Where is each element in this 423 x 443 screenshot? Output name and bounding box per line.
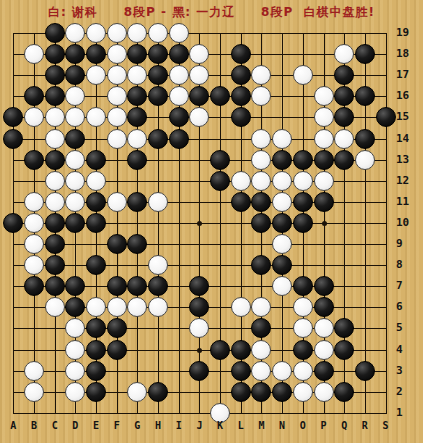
black-stone[interactable]	[272, 150, 292, 170]
white-stone[interactable]	[334, 129, 354, 149]
col-label: G	[126, 420, 148, 431]
white-stone[interactable]	[127, 65, 147, 85]
black-stone[interactable]	[210, 86, 230, 106]
white-stone[interactable]	[189, 65, 209, 85]
black-stone[interactable]	[334, 107, 354, 127]
white-stone[interactable]	[293, 361, 313, 381]
row-label: 10	[396, 216, 422, 229]
white-stone[interactable]	[251, 171, 271, 191]
black-stone[interactable]	[65, 44, 85, 64]
white-stone[interactable]	[107, 129, 127, 149]
black-stone[interactable]	[127, 150, 147, 170]
white-stone[interactable]	[314, 340, 334, 360]
white-stone[interactable]	[86, 23, 106, 43]
white-stone[interactable]	[148, 297, 168, 317]
black-stone[interactable]	[293, 213, 313, 233]
black-stone[interactable]	[65, 276, 85, 296]
white-stone[interactable]	[65, 171, 85, 191]
row-label: 14	[396, 132, 422, 145]
black-stone[interactable]	[86, 150, 106, 170]
white-stone[interactable]	[314, 382, 334, 402]
col-label: Q	[333, 420, 355, 431]
black-stone[interactable]	[45, 276, 65, 296]
black-stone[interactable]	[272, 255, 292, 275]
white-stone[interactable]	[65, 23, 85, 43]
white-stone[interactable]	[24, 192, 44, 212]
white-stone[interactable]	[293, 318, 313, 338]
col-label: L	[230, 420, 252, 431]
white-stone[interactable]	[24, 107, 44, 127]
white-stone[interactable]	[107, 23, 127, 43]
black-stone[interactable]	[251, 192, 271, 212]
black-stone[interactable]	[86, 192, 106, 212]
row-label: 13	[396, 153, 422, 166]
black-stone[interactable]	[45, 86, 65, 106]
white-stone[interactable]	[189, 318, 209, 338]
black-stone[interactable]	[86, 213, 106, 233]
black-stone[interactable]	[231, 86, 251, 106]
col-label: D	[64, 420, 86, 431]
white-stone[interactable]	[314, 318, 334, 338]
white-stone[interactable]	[107, 297, 127, 317]
white-stone[interactable]	[107, 86, 127, 106]
row-label: 4	[396, 343, 422, 356]
row-label: 15	[396, 110, 422, 123]
white-stone[interactable]	[272, 171, 292, 191]
black-stone[interactable]	[293, 192, 313, 212]
black-stone[interactable]	[314, 192, 334, 212]
white-stone[interactable]	[24, 234, 44, 254]
black-stone[interactable]	[86, 361, 106, 381]
white-stone[interactable]	[45, 129, 65, 149]
star-point	[197, 221, 202, 226]
black-stone[interactable]	[251, 255, 271, 275]
white-stone[interactable]	[107, 65, 127, 85]
black-stone[interactable]	[272, 213, 292, 233]
black-stone[interactable]	[107, 234, 127, 254]
white-stone[interactable]	[189, 44, 209, 64]
white-stone[interactable]	[45, 171, 65, 191]
black-stone[interactable]	[148, 382, 168, 402]
black-stone[interactable]	[314, 361, 334, 381]
black-stone[interactable]	[334, 65, 354, 85]
white-stone[interactable]	[127, 382, 147, 402]
black-stone[interactable]	[355, 44, 375, 64]
white-stone[interactable]	[272, 234, 292, 254]
black-stone[interactable]	[293, 340, 313, 360]
white-stone[interactable]	[251, 361, 271, 381]
col-label: M	[250, 420, 272, 431]
white-stone[interactable]	[65, 340, 85, 360]
black-stone[interactable]	[45, 23, 65, 43]
black-stone[interactable]	[293, 150, 313, 170]
white-stone[interactable]	[272, 192, 292, 212]
black-stone[interactable]	[355, 129, 375, 149]
black-stone[interactable]	[65, 65, 85, 85]
black-stone[interactable]	[148, 44, 168, 64]
white-stone[interactable]	[127, 129, 147, 149]
white-stone[interactable]	[251, 65, 271, 85]
black-stone[interactable]	[45, 234, 65, 254]
white-stone[interactable]	[293, 65, 313, 85]
black-stone[interactable]	[169, 44, 189, 64]
black-stone[interactable]	[45, 44, 65, 64]
white-stone[interactable]	[169, 23, 189, 43]
white-stone[interactable]	[86, 65, 106, 85]
black-stone[interactable]	[251, 213, 271, 233]
white-stone[interactable]	[231, 297, 251, 317]
white-stone[interactable]	[334, 44, 354, 64]
white-stone[interactable]	[45, 297, 65, 317]
white-stone[interactable]	[65, 107, 85, 127]
white-stone[interactable]	[24, 44, 44, 64]
black-stone[interactable]	[127, 86, 147, 106]
white-stone[interactable]	[355, 150, 375, 170]
black-stone[interactable]	[148, 86, 168, 106]
white-stone[interactable]	[314, 171, 334, 191]
col-label: E	[85, 420, 107, 431]
go-app: 白: 谢科 8段P - 黑: 一力辽 8段P 白棋中盘胜! ABCDEFGHIJ…	[0, 0, 423, 443]
white-stone[interactable]	[293, 382, 313, 402]
white-stone[interactable]	[314, 86, 334, 106]
black-stone[interactable]	[127, 192, 147, 212]
goban[interactable]: ABCDEFGHIJKLMNOPQRS 19181716151413121110…	[0, 0, 423, 443]
white-stone[interactable]	[293, 171, 313, 191]
white-stone[interactable]	[314, 129, 334, 149]
black-stone[interactable]	[45, 213, 65, 233]
row-label: 8	[396, 258, 422, 271]
white-stone[interactable]	[45, 107, 65, 127]
col-label: A	[2, 420, 24, 431]
white-stone[interactable]	[251, 297, 271, 317]
black-stone[interactable]	[272, 382, 292, 402]
black-stone[interactable]	[169, 107, 189, 127]
col-label: J	[188, 420, 210, 431]
col-label: K	[209, 420, 231, 431]
black-stone[interactable]	[251, 318, 271, 338]
white-stone[interactable]	[251, 340, 271, 360]
black-stone[interactable]	[231, 107, 251, 127]
white-stone[interactable]	[148, 192, 168, 212]
star-point	[322, 221, 327, 226]
black-stone[interactable]	[86, 44, 106, 64]
black-stone[interactable]	[189, 297, 209, 317]
black-stone[interactable]	[293, 276, 313, 296]
black-stone[interactable]	[334, 382, 354, 402]
black-stone[interactable]	[45, 150, 65, 170]
white-stone[interactable]	[65, 150, 85, 170]
black-stone[interactable]	[334, 86, 354, 106]
white-stone[interactable]	[107, 192, 127, 212]
col-label: P	[313, 420, 335, 431]
row-label: 1	[396, 406, 422, 419]
black-stone[interactable]	[127, 234, 147, 254]
col-label: H	[147, 420, 169, 431]
white-stone[interactable]	[272, 276, 292, 296]
black-stone[interactable]	[107, 318, 127, 338]
black-stone[interactable]	[210, 171, 230, 191]
black-stone[interactable]	[251, 382, 271, 402]
black-stone[interactable]	[86, 255, 106, 275]
row-label: 7	[396, 279, 422, 292]
black-stone[interactable]	[355, 86, 375, 106]
white-stone[interactable]	[272, 129, 292, 149]
black-stone[interactable]	[231, 192, 251, 212]
white-stone[interactable]	[148, 23, 168, 43]
white-stone[interactable]	[24, 382, 44, 402]
row-label: 19	[396, 26, 422, 39]
white-stone[interactable]	[24, 255, 44, 275]
row-label: 6	[396, 300, 422, 313]
col-label: F	[106, 420, 128, 431]
col-label: R	[354, 420, 376, 431]
row-label: 9	[396, 237, 422, 250]
black-stone[interactable]	[169, 129, 189, 149]
white-stone[interactable]	[169, 86, 189, 106]
white-stone[interactable]	[86, 297, 106, 317]
black-stone[interactable]	[45, 255, 65, 275]
white-stone[interactable]	[24, 213, 44, 233]
black-stone[interactable]	[231, 340, 251, 360]
row-label: 16	[396, 89, 422, 102]
white-stone[interactable]	[65, 86, 85, 106]
black-stone[interactable]	[314, 150, 334, 170]
black-stone[interactable]	[86, 382, 106, 402]
star-point	[197, 348, 202, 353]
row-label: 2	[396, 385, 422, 398]
black-stone[interactable]	[3, 107, 23, 127]
col-label: S	[375, 420, 397, 431]
white-stone[interactable]	[65, 361, 85, 381]
white-stone[interactable]	[65, 192, 85, 212]
white-stone[interactable]	[86, 107, 106, 127]
white-stone[interactable]	[65, 318, 85, 338]
black-stone[interactable]	[107, 340, 127, 360]
black-stone[interactable]	[376, 107, 396, 127]
black-stone[interactable]	[65, 297, 85, 317]
black-stone[interactable]	[334, 318, 354, 338]
white-stone[interactable]	[86, 171, 106, 191]
black-stone[interactable]	[334, 340, 354, 360]
white-stone[interactable]	[251, 86, 271, 106]
black-stone[interactable]	[127, 107, 147, 127]
row-label: 5	[396, 321, 422, 334]
white-stone[interactable]	[251, 150, 271, 170]
black-stone[interactable]	[210, 150, 230, 170]
white-stone[interactable]	[293, 297, 313, 317]
white-stone[interactable]	[127, 23, 147, 43]
row-label: 12	[396, 174, 422, 187]
white-stone[interactable]	[24, 361, 44, 381]
row-label: 18	[396, 47, 422, 60]
black-stone[interactable]	[314, 276, 334, 296]
black-stone[interactable]	[127, 276, 147, 296]
white-stone[interactable]	[148, 255, 168, 275]
black-stone[interactable]	[65, 213, 85, 233]
white-stone[interactable]	[107, 107, 127, 127]
white-stone[interactable]	[231, 171, 251, 191]
black-stone[interactable]	[189, 276, 209, 296]
black-stone[interactable]	[210, 340, 230, 360]
col-label: C	[44, 420, 66, 431]
black-stone[interactable]	[231, 44, 251, 64]
black-stone[interactable]	[65, 129, 85, 149]
black-stone[interactable]	[231, 361, 251, 381]
black-stone[interactable]	[148, 129, 168, 149]
black-stone[interactable]	[148, 65, 168, 85]
black-stone[interactable]	[45, 65, 65, 85]
black-stone[interactable]	[189, 86, 209, 106]
white-stone[interactable]	[251, 129, 271, 149]
black-stone[interactable]	[3, 213, 23, 233]
black-stone[interactable]	[355, 361, 375, 381]
black-stone[interactable]	[107, 276, 127, 296]
white-stone[interactable]	[189, 107, 209, 127]
black-stone[interactable]	[24, 86, 44, 106]
white-stone[interactable]	[314, 107, 334, 127]
black-stone[interactable]	[24, 150, 44, 170]
black-stone[interactable]	[86, 340, 106, 360]
black-stone[interactable]	[231, 382, 251, 402]
black-stone[interactable]	[86, 318, 106, 338]
black-stone[interactable]	[231, 65, 251, 85]
white-stone[interactable]	[127, 297, 147, 317]
white-stone[interactable]	[169, 65, 189, 85]
black-stone[interactable]	[3, 129, 23, 149]
white-stone[interactable]	[272, 361, 292, 381]
black-stone[interactable]	[334, 150, 354, 170]
row-label: 11	[396, 195, 422, 208]
col-label: B	[23, 420, 45, 431]
black-stone[interactable]	[24, 276, 44, 296]
col-label: I	[168, 420, 190, 431]
white-stone[interactable]	[45, 192, 65, 212]
col-label: N	[271, 420, 293, 431]
black-stone[interactable]	[127, 44, 147, 64]
row-label: 17	[396, 68, 422, 81]
white-stone[interactable]	[107, 44, 127, 64]
row-label: 3	[396, 364, 422, 377]
black-stone[interactable]	[148, 276, 168, 296]
black-stone[interactable]	[314, 297, 334, 317]
white-stone[interactable]	[65, 382, 85, 402]
black-stone[interactable]	[189, 361, 209, 381]
col-label: O	[292, 420, 314, 431]
